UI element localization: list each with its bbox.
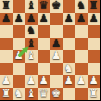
square-e6[interactable] [50, 25, 63, 38]
black-pawn-a7[interactable]: ♟ [1, 13, 11, 26]
square-f5[interactable] [63, 38, 76, 51]
square-e4[interactable]: ♟ [50, 50, 63, 63]
white-pawn-e4[interactable]: ♟ [51, 50, 61, 63]
square-a4[interactable] [0, 50, 13, 63]
square-a6[interactable] [0, 25, 13, 38]
white-bishop-c4[interactable]: ♝ [26, 50, 36, 63]
white-pawn-d2[interactable]: ♟ [39, 75, 49, 88]
black-king-e8[interactable]: ♚ [51, 0, 61, 13]
square-h7[interactable]: ♟ [88, 13, 101, 26]
square-e3[interactable] [50, 63, 63, 76]
square-a7[interactable]: ♟ [0, 13, 13, 26]
black-pawn-h7[interactable]: ♟ [89, 13, 99, 26]
square-c8[interactable]: ♝ [25, 0, 38, 13]
square-f7[interactable]: ♟ [63, 13, 76, 26]
square-e8[interactable]: ♚ [50, 0, 63, 13]
square-f6[interactable] [63, 25, 76, 38]
square-b1[interactable]: ♞ [13, 88, 26, 101]
square-e1[interactable]: ♚ [50, 88, 63, 101]
chess-board: ♜♝♛♚♞♜♟♟♟♟♟♟♟♞♝♟♟♝♟♞♟♟♟♟♟♟♜♞♝♛♚♜ [0, 0, 100, 100]
square-h4[interactable] [88, 50, 101, 63]
black-knight-c6[interactable]: ♞ [26, 25, 36, 38]
square-h1[interactable]: ♜ [88, 88, 101, 101]
black-pawn-b7[interactable]: ♟ [14, 13, 24, 26]
square-g4[interactable] [75, 50, 88, 63]
square-f2[interactable]: ♟ [63, 75, 76, 88]
square-b2[interactable] [13, 75, 26, 88]
square-a1[interactable]: ♜ [0, 88, 13, 101]
square-b8[interactable] [13, 0, 26, 13]
white-pawn-h2[interactable]: ♟ [89, 75, 99, 88]
square-h2[interactable]: ♟ [88, 75, 101, 88]
chess-board-wrap: ♜♝♛♚♞♜♟♟♟♟♟♟♟♞♝♟♟♝♟♞♟♟♟♟♟♟♜♞♝♛♚♜ [0, 0, 100, 100]
white-rook-h1[interactable]: ♜ [89, 88, 99, 101]
black-knight-g8[interactable]: ♞ [76, 0, 86, 13]
square-b7[interactable]: ♟ [13, 13, 26, 26]
white-pawn-g2[interactable]: ♟ [76, 75, 86, 88]
black-pawn-f7[interactable]: ♟ [64, 13, 74, 26]
white-queen-d1[interactable]: ♛ [39, 88, 49, 101]
square-b4[interactable]: ♟ [13, 50, 26, 63]
square-g7[interactable]: ♟ [75, 13, 88, 26]
square-d1[interactable]: ♛ [38, 88, 51, 101]
square-c1[interactable]: ♝ [25, 88, 38, 101]
square-d6[interactable] [38, 25, 51, 38]
black-pawn-d7[interactable]: ♟ [39, 13, 49, 26]
white-pawn-c2[interactable]: ♟ [26, 75, 36, 88]
square-f4[interactable] [63, 50, 76, 63]
square-a5[interactable] [0, 38, 13, 51]
square-d5[interactable] [38, 38, 51, 51]
square-c6[interactable]: ♞ [25, 25, 38, 38]
square-d2[interactable]: ♟ [38, 75, 51, 88]
white-bishop-c1[interactable]: ♝ [26, 88, 36, 101]
black-queen-d8[interactable]: ♛ [39, 0, 49, 13]
square-a2[interactable]: ♟ [0, 75, 13, 88]
white-pawn-b4[interactable]: ♟ [14, 50, 24, 63]
black-rook-h8[interactable]: ♜ [89, 0, 99, 13]
square-e7[interactable] [50, 13, 63, 26]
black-bishop-c8[interactable]: ♝ [26, 0, 36, 13]
white-rook-a1[interactable]: ♜ [1, 88, 11, 101]
square-d4[interactable] [38, 50, 51, 63]
square-c4[interactable]: ♝ [25, 50, 38, 63]
white-knight-b1[interactable]: ♞ [14, 88, 24, 101]
white-king-e1[interactable]: ♚ [51, 88, 61, 101]
square-h6[interactable] [88, 25, 101, 38]
square-d8[interactable]: ♛ [38, 0, 51, 13]
white-pawn-a2[interactable]: ♟ [1, 75, 11, 88]
square-g1[interactable] [75, 88, 88, 101]
square-c2[interactable]: ♟ [25, 75, 38, 88]
square-f1[interactable] [63, 88, 76, 101]
square-f8[interactable] [63, 0, 76, 13]
square-g6[interactable] [75, 25, 88, 38]
square-g2[interactable]: ♟ [75, 75, 88, 88]
square-b3[interactable] [13, 63, 26, 76]
black-rook-a8[interactable]: ♜ [1, 0, 11, 13]
square-d7[interactable]: ♟ [38, 13, 51, 26]
square-e2[interactable] [50, 75, 63, 88]
white-pawn-f2[interactable]: ♟ [64, 75, 74, 88]
square-g8[interactable]: ♞ [75, 0, 88, 13]
black-pawn-g7[interactable]: ♟ [76, 13, 86, 26]
square-h8[interactable]: ♜ [88, 0, 101, 13]
square-a8[interactable]: ♜ [0, 0, 13, 13]
square-h5[interactable] [88, 38, 101, 51]
square-b6[interactable] [13, 25, 26, 38]
square-g5[interactable] [75, 38, 88, 51]
